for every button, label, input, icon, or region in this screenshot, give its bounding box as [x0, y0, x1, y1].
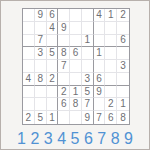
sudoku-cell-r6c9[interactable] [117, 73, 129, 86]
sudoku-cell-r7c6[interactable]: 5 [82, 86, 94, 99]
sudoku-cell-r3c9[interactable]: 6 [117, 35, 129, 48]
sudoku-cell-r4c1[interactable] [23, 47, 35, 60]
sudoku-cell-r9c1[interactable]: 2 [23, 111, 35, 124]
sudoku-cell-r6c2[interactable]: 8 [35, 73, 47, 86]
sudoku-cell-r9c3[interactable]: 1 [47, 111, 59, 124]
sudoku-cell-r7c3[interactable] [47, 86, 59, 99]
numpad-key-4[interactable]: 4 [57, 131, 66, 147]
numpad-key-3[interactable]: 3 [44, 131, 53, 147]
sudoku-cell-r5c7[interactable] [94, 60, 106, 73]
sudoku-cell-r1c5[interactable] [70, 9, 82, 22]
numpad-key-2[interactable]: 2 [30, 131, 39, 147]
sudoku-cell-r3c2[interactable]: 7 [35, 35, 47, 48]
number-pad: 123456789 [17, 129, 133, 148]
sudoku-cell-r5c2[interactable] [35, 60, 47, 73]
sudoku-cell-r7c4[interactable]: 2 [58, 86, 70, 99]
sudoku-cell-r6c4[interactable] [58, 73, 70, 86]
sudoku-cell-r1c1[interactable] [23, 9, 35, 22]
sudoku-cell-r1c6[interactable] [82, 9, 94, 22]
sudoku-cell-r8c9[interactable]: 1 [117, 98, 129, 111]
sudoku-board: 96412497163586173482362159687212519768 [22, 8, 130, 125]
sudoku-cell-r2c7[interactable] [94, 22, 106, 35]
sudoku-cell-r1c3[interactable]: 6 [47, 9, 59, 22]
sudoku-cell-r8c1[interactable] [23, 98, 35, 111]
sudoku-cell-r7c5[interactable]: 1 [70, 86, 82, 99]
sudoku-cell-r1c9[interactable]: 2 [117, 9, 129, 22]
sudoku-app: 96412497163586173482362159687212519768 1… [0, 0, 150, 150]
numpad-key-5[interactable]: 5 [71, 131, 80, 147]
sudoku-cell-r8c6[interactable]: 7 [82, 98, 94, 111]
sudoku-cell-r5c8[interactable] [105, 60, 117, 73]
sudoku-cell-r6c3[interactable]: 2 [47, 73, 59, 86]
sudoku-cell-r6c5[interactable] [70, 73, 82, 86]
sudoku-cell-r2c1[interactable] [23, 22, 35, 35]
sudoku-cell-r9c6[interactable]: 9 [82, 111, 94, 124]
sudoku-cell-r7c8[interactable] [105, 86, 117, 99]
sudoku-cell-r6c1[interactable]: 4 [23, 73, 35, 86]
sudoku-cell-r5c6[interactable] [82, 60, 94, 73]
numpad-key-6[interactable]: 6 [84, 131, 93, 147]
sudoku-cell-r5c3[interactable] [47, 60, 59, 73]
sudoku-cell-r3c7[interactable] [94, 35, 106, 48]
sudoku-cell-r4c9[interactable] [117, 47, 129, 60]
sudoku-cell-r5c4[interactable]: 7 [58, 60, 70, 73]
numpad-key-1[interactable]: 1 [17, 131, 26, 147]
sudoku-cell-r2c3[interactable]: 4 [47, 22, 59, 35]
sudoku-cell-r5c9[interactable]: 3 [117, 60, 129, 73]
sudoku-cell-r6c7[interactable]: 6 [94, 73, 106, 86]
sudoku-cell-r3c6[interactable]: 1 [82, 35, 94, 48]
sudoku-cell-r3c3[interactable] [47, 35, 59, 48]
sudoku-cell-r1c7[interactable]: 4 [94, 9, 106, 22]
sudoku-cell-r5c1[interactable] [23, 60, 35, 73]
sudoku-cell-r3c5[interactable] [70, 35, 82, 48]
sudoku-cell-r8c8[interactable]: 2 [105, 98, 117, 111]
numpad-key-8[interactable]: 8 [111, 131, 120, 147]
sudoku-cell-r2c5[interactable] [70, 22, 82, 35]
sudoku-cell-r4c7[interactable]: 1 [94, 47, 106, 60]
sudoku-cell-r7c2[interactable] [35, 86, 47, 99]
sudoku-cell-r9c9[interactable]: 8 [117, 111, 129, 124]
sudoku-cell-r7c7[interactable]: 9 [94, 86, 106, 99]
sudoku-cell-r2c8[interactable] [105, 22, 117, 35]
sudoku-cell-r7c9[interactable] [117, 86, 129, 99]
sudoku-cell-r4c6[interactable] [82, 47, 94, 60]
numpad-key-7[interactable]: 7 [97, 131, 106, 147]
sudoku-cell-r4c8[interactable] [105, 47, 117, 60]
sudoku-cell-r4c3[interactable]: 5 [47, 47, 59, 60]
sudoku-cell-r2c4[interactable]: 9 [58, 22, 70, 35]
sudoku-cell-r9c5[interactable] [70, 111, 82, 124]
sudoku-cell-r2c2[interactable] [35, 22, 47, 35]
numpad-key-9[interactable]: 9 [124, 131, 133, 147]
sudoku-cell-r6c8[interactable] [105, 73, 117, 86]
sudoku-cell-r8c7[interactable] [94, 98, 106, 111]
sudoku-cell-r1c8[interactable]: 1 [105, 9, 117, 22]
sudoku-cell-r8c2[interactable] [35, 98, 47, 111]
sudoku-cell-r6c6[interactable]: 3 [82, 73, 94, 86]
sudoku-cell-r1c4[interactable] [58, 9, 70, 22]
sudoku-cell-r2c6[interactable] [82, 22, 94, 35]
sudoku-cell-r8c3[interactable] [47, 98, 59, 111]
sudoku-cell-r2c9[interactable] [117, 22, 129, 35]
sudoku-cell-r1c2[interactable]: 9 [35, 9, 47, 22]
sudoku-cell-r3c8[interactable] [105, 35, 117, 48]
sudoku-cell-r8c4[interactable]: 6 [58, 98, 70, 111]
sudoku-cell-r5c5[interactable] [70, 60, 82, 73]
sudoku-cell-r9c2[interactable]: 5 [35, 111, 47, 124]
sudoku-cell-r9c4[interactable] [58, 111, 70, 124]
sudoku-cell-r4c2[interactable]: 3 [35, 47, 47, 60]
sudoku-cell-r9c8[interactable]: 6 [105, 111, 117, 124]
sudoku-cell-r4c4[interactable]: 8 [58, 47, 70, 60]
sudoku-cell-r7c1[interactable] [23, 86, 35, 99]
sudoku-cell-r3c4[interactable] [58, 35, 70, 48]
sudoku-cell-r3c1[interactable] [23, 35, 35, 48]
sudoku-cell-r9c7[interactable]: 7 [94, 111, 106, 124]
sudoku-cell-r8c5[interactable]: 8 [70, 98, 82, 111]
sudoku-cell-r4c5[interactable]: 6 [70, 47, 82, 60]
